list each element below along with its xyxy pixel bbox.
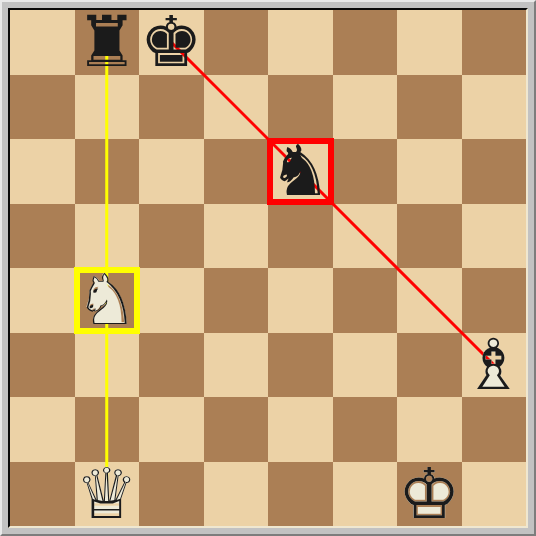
- square-h5[interactable]: [462, 204, 527, 269]
- square-c5[interactable]: [139, 204, 204, 269]
- piece-glyph: ♞: [268, 139, 333, 204]
- square-g8[interactable]: [397, 10, 462, 75]
- square-e3[interactable]: [268, 333, 333, 398]
- square-e5[interactable]: [268, 204, 333, 269]
- piece-glyph: ♚: [139, 10, 204, 75]
- piece-glyph: ♜: [75, 10, 140, 75]
- square-a5[interactable]: [10, 204, 75, 269]
- square-a1[interactable]: [10, 462, 75, 527]
- piece-outline-glyph: ♕: [75, 462, 140, 527]
- square-g3[interactable]: [397, 333, 462, 398]
- square-h4[interactable]: [462, 268, 527, 333]
- black-king-c8[interactable]: ♚: [139, 10, 204, 75]
- square-g5[interactable]: [397, 204, 462, 269]
- square-h1[interactable]: [462, 462, 527, 527]
- square-d6[interactable]: [204, 139, 269, 204]
- square-c3[interactable]: [139, 333, 204, 398]
- white-queen-b1[interactable]: ♛♕: [75, 462, 140, 527]
- square-b7[interactable]: [75, 75, 140, 140]
- square-a8[interactable]: [10, 10, 75, 75]
- square-e1[interactable]: [268, 462, 333, 527]
- square-c4[interactable]: [139, 268, 204, 333]
- square-h8[interactable]: [462, 10, 527, 75]
- square-f2[interactable]: [333, 397, 398, 462]
- square-g2[interactable]: [397, 397, 462, 462]
- piece-outline-glyph: ♘: [75, 268, 140, 333]
- black-rook-b8[interactable]: ♜: [75, 10, 140, 75]
- square-h6[interactable]: [462, 139, 527, 204]
- square-e8[interactable]: [268, 10, 333, 75]
- square-f4[interactable]: [333, 268, 398, 333]
- square-a6[interactable]: [10, 139, 75, 204]
- square-c2[interactable]: [139, 397, 204, 462]
- white-king-g1[interactable]: ♚♔: [397, 462, 462, 527]
- square-f1[interactable]: [333, 462, 398, 527]
- square-c7[interactable]: [139, 75, 204, 140]
- square-f5[interactable]: [333, 204, 398, 269]
- board-frame: ♜♚♞♞♘♝♗♛♕♚♔: [0, 0, 536, 536]
- square-d5[interactable]: [204, 204, 269, 269]
- square-g6[interactable]: [397, 139, 462, 204]
- square-d4[interactable]: [204, 268, 269, 333]
- square-b3[interactable]: [75, 333, 140, 398]
- square-d3[interactable]: [204, 333, 269, 398]
- white-knight-b4[interactable]: ♞♘: [75, 268, 140, 333]
- square-e4[interactable]: [268, 268, 333, 333]
- square-d8[interactable]: [204, 10, 269, 75]
- square-b2[interactable]: [75, 397, 140, 462]
- black-knight-e6[interactable]: ♞: [268, 139, 333, 204]
- square-b6[interactable]: [75, 139, 140, 204]
- square-a2[interactable]: [10, 397, 75, 462]
- square-e2[interactable]: [268, 397, 333, 462]
- square-d1[interactable]: [204, 462, 269, 527]
- square-f3[interactable]: [333, 333, 398, 398]
- square-h7[interactable]: [462, 75, 527, 140]
- square-a4[interactable]: [10, 268, 75, 333]
- square-c6[interactable]: [139, 139, 204, 204]
- square-g7[interactable]: [397, 75, 462, 140]
- square-d7[interactable]: [204, 75, 269, 140]
- square-f8[interactable]: [333, 10, 398, 75]
- white-bishop-h3[interactable]: ♝♗: [462, 333, 527, 398]
- piece-outline-glyph: ♗: [462, 333, 527, 398]
- square-a7[interactable]: [10, 75, 75, 140]
- square-h2[interactable]: [462, 397, 527, 462]
- square-f7[interactable]: [333, 75, 398, 140]
- chess-board: ♜♚♞♞♘♝♗♛♕♚♔: [8, 8, 528, 528]
- square-a3[interactable]: [10, 333, 75, 398]
- square-g4[interactable]: [397, 268, 462, 333]
- square-c1[interactable]: [139, 462, 204, 527]
- piece-outline-glyph: ♔: [397, 462, 462, 527]
- square-f6[interactable]: [333, 139, 398, 204]
- square-d2[interactable]: [204, 397, 269, 462]
